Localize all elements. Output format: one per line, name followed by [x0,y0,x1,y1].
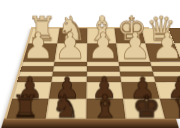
white-pawn: ♟ [151,29,180,65]
square-d2: ♟ [146,44,180,62]
square-g8: ♞ [46,99,86,119]
black-queen: ♛ [172,91,180,122]
black-knight: ♞ [52,91,80,122]
black-rook: ♜ [11,91,39,122]
square-f2: ♟ [87,44,119,62]
board-grid: ♜♞♝♚♛♝♞♜♟♟♟♟♟♟♟♟♟♟♟♟♟♟♟♟♜♞♝♚♛♝♞♜ [6,28,173,118]
square-h2: ♟ [23,44,58,62]
square-g2: ♟ [55,44,87,62]
square-e2: ♟ [116,44,150,62]
chess-board: ♜♞♝♚♛♝♞♜♟♟♟♟♟♟♟♟♟♟♟♟♟♟♟♟♜♞♝♚♛♝♞♜ [1,27,179,128]
white-pawn: ♟ [87,29,119,65]
black-king: ♚ [132,91,160,122]
square-f8: ♝ [86,99,126,119]
chess-set-photo: ♜♞♝♚♛♝♞♜♟♟♟♟♟♟♟♟♟♟♟♟♟♟♟♟♜♞♝♚♛♝♞♜ [0,0,180,128]
white-pawn: ♟ [22,29,54,65]
black-bishop: ♝ [92,91,120,122]
white-pawn: ♟ [54,29,86,65]
white-pawn: ♟ [119,29,151,65]
